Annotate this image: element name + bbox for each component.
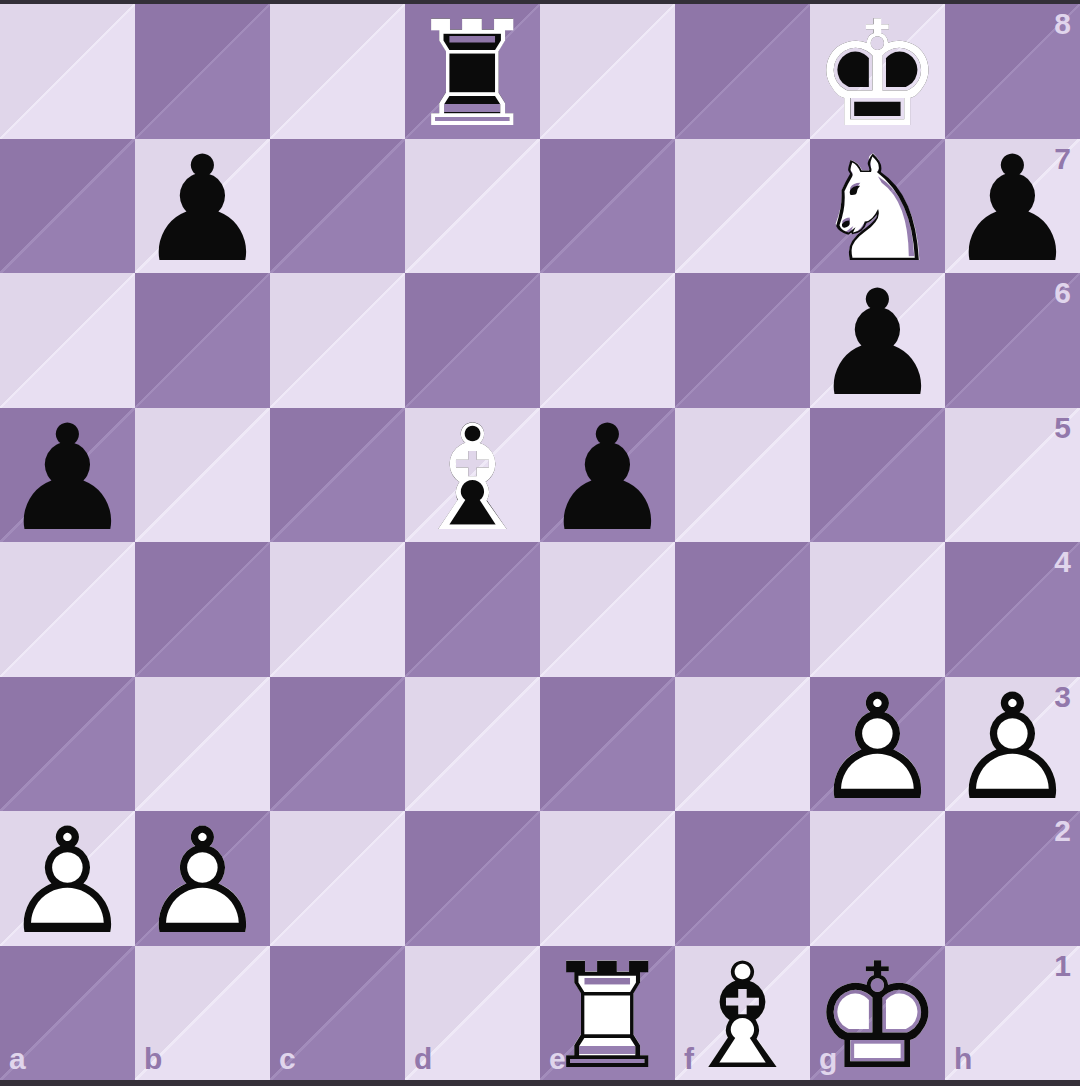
file-label-b: b	[144, 1044, 162, 1074]
black-pawn-glyph: ♟	[0, 411, 135, 546]
white-pawn[interactable]: ♟♙	[135, 811, 270, 946]
square-b2[interactable]: ♟♙	[135, 811, 270, 946]
square-f4[interactable]	[675, 542, 810, 677]
square-d3[interactable]	[405, 677, 540, 812]
square-b7[interactable]: ♟	[135, 139, 270, 274]
square-g2[interactable]	[810, 811, 945, 946]
square-f1[interactable]: f♝♗	[675, 946, 810, 1081]
white-pawn-glyph: ♟	[945, 680, 1080, 815]
square-e7[interactable]	[540, 139, 675, 274]
white-pawn[interactable]: ♟♙	[810, 677, 945, 812]
black-bishop-glyph: ♝	[405, 411, 540, 546]
square-h3[interactable]: 3♟♙	[945, 677, 1080, 812]
square-d7[interactable]	[405, 139, 540, 274]
white-king-detail-lines: ♔	[810, 949, 945, 1084]
black-pawn-glyph: ♟	[945, 142, 1080, 277]
square-b3[interactable]	[135, 677, 270, 812]
white-bishop-glyph: ♝	[675, 949, 810, 1084]
square-g8[interactable]: ♚♔	[810, 4, 945, 139]
square-g3[interactable]: ♟♙	[810, 677, 945, 812]
black-king-detail-lines: ♔	[810, 7, 945, 142]
white-pawn-glyph: ♟	[810, 680, 945, 815]
square-c4[interactable]	[270, 542, 405, 677]
square-e1[interactable]: e♜♖	[540, 946, 675, 1081]
black-pawn-glyph: ♟	[810, 276, 945, 411]
square-h4[interactable]: 4	[945, 542, 1080, 677]
square-f6[interactable]	[675, 273, 810, 408]
square-a7[interactable]	[0, 139, 135, 274]
white-king[interactable]: ♚♔	[810, 946, 945, 1081]
file-label-h: h	[954, 1044, 972, 1074]
square-c2[interactable]	[270, 811, 405, 946]
square-d4[interactable]	[405, 542, 540, 677]
black-pawn[interactable]: ♟	[540, 408, 675, 543]
rank-label-4: 4	[1054, 547, 1071, 577]
square-e3[interactable]	[540, 677, 675, 812]
square-b5[interactable]	[135, 408, 270, 543]
square-e2[interactable]	[540, 811, 675, 946]
square-d1[interactable]: d	[405, 946, 540, 1081]
square-a4[interactable]	[0, 542, 135, 677]
black-pawn-glyph: ♟	[540, 411, 675, 546]
square-f3[interactable]	[675, 677, 810, 812]
white-king-glyph: ♚	[810, 949, 945, 1084]
square-f8[interactable]	[675, 4, 810, 139]
square-d6[interactable]	[405, 273, 540, 408]
white-pawn-detail-lines: ♙	[810, 680, 945, 815]
rank-label-6: 6	[1054, 278, 1071, 308]
rank-label-2: 2	[1054, 816, 1071, 846]
square-g1[interactable]: g♚♔	[810, 946, 945, 1081]
square-b4[interactable]	[135, 542, 270, 677]
rank-label-1: 1	[1054, 951, 1071, 981]
square-f2[interactable]	[675, 811, 810, 946]
square-a3[interactable]	[0, 677, 135, 812]
white-pawn-detail-lines: ♙	[135, 814, 270, 949]
black-rook[interactable]: ♜♖	[405, 4, 540, 139]
white-pawn-detail-lines: ♙	[945, 680, 1080, 815]
rank-label-8: 8	[1054, 9, 1071, 39]
square-h1[interactable]: h1	[945, 946, 1080, 1081]
square-f5[interactable]	[675, 408, 810, 543]
square-c3[interactable]	[270, 677, 405, 812]
white-pawn-glyph: ♟	[135, 814, 270, 949]
square-e8[interactable]	[540, 4, 675, 139]
black-pawn[interactable]: ♟	[135, 139, 270, 274]
square-c1[interactable]: c	[270, 946, 405, 1081]
black-pawn[interactable]: ♟	[945, 139, 1080, 274]
file-label-a: a	[9, 1044, 26, 1074]
white-rook-glyph: ♜	[540, 949, 675, 1084]
bottom-frame-bar	[0, 1080, 1080, 1086]
white-pawn[interactable]: ♟♙	[945, 677, 1080, 812]
square-a2[interactable]: ♟♙	[0, 811, 135, 946]
square-h5[interactable]: 5	[945, 408, 1080, 543]
square-a5[interactable]: ♟	[0, 408, 135, 543]
black-king-glyph: ♚	[810, 7, 945, 142]
black-bishop-detail-lines: ♗	[405, 411, 540, 546]
square-d8[interactable]: ♜♖	[405, 4, 540, 139]
square-b6[interactable]	[135, 273, 270, 408]
black-pawn-glyph: ♟	[135, 142, 270, 277]
white-knight[interactable]: ♞♘	[810, 139, 945, 274]
square-c5[interactable]	[270, 408, 405, 543]
black-rook-detail-lines: ♖	[405, 7, 540, 142]
square-h2[interactable]: 2	[945, 811, 1080, 946]
square-c8[interactable]	[270, 4, 405, 139]
rank-label-5: 5	[1054, 413, 1071, 443]
square-g4[interactable]	[810, 542, 945, 677]
square-h7[interactable]: 7♟	[945, 139, 1080, 274]
file-label-c: c	[279, 1044, 296, 1074]
white-knight-glyph: ♞	[810, 142, 945, 277]
chess-app: ♜♖♚♔8♟♞♘7♟♟6♟♝♗♟54♟♙3♟♙♟♙♟♙2abcde♜♖f♝♗g♚…	[0, 0, 1080, 1086]
file-label-d: d	[414, 1044, 432, 1074]
square-d5[interactable]: ♝♗	[405, 408, 540, 543]
square-h6[interactable]: 6	[945, 273, 1080, 408]
square-d2[interactable]	[405, 811, 540, 946]
square-c7[interactable]	[270, 139, 405, 274]
white-bishop-detail-lines: ♗	[675, 949, 810, 1084]
square-g6[interactable]: ♟	[810, 273, 945, 408]
square-e6[interactable]	[540, 273, 675, 408]
square-b8[interactable]	[135, 4, 270, 139]
white-pawn-detail-lines: ♙	[0, 814, 135, 949]
square-a6[interactable]	[0, 273, 135, 408]
white-rook-detail-lines: ♖	[540, 949, 675, 1084]
black-rook-glyph: ♜	[405, 7, 540, 142]
white-knight-detail-lines: ♘	[810, 142, 945, 277]
square-g7[interactable]: ♞♘	[810, 139, 945, 274]
square-h8[interactable]: 8	[945, 4, 1080, 139]
black-pawn[interactable]: ♟	[810, 273, 945, 408]
square-g5[interactable]	[810, 408, 945, 543]
white-pawn[interactable]: ♟♙	[0, 811, 135, 946]
square-b1[interactable]: b	[135, 946, 270, 1081]
chess-board: ♜♖♚♔8♟♞♘7♟♟6♟♝♗♟54♟♙3♟♙♟♙♟♙2abcde♜♖f♝♗g♚…	[0, 4, 1080, 1080]
white-bishop[interactable]: ♝♗	[675, 946, 810, 1081]
white-pawn-glyph: ♟	[0, 814, 135, 949]
black-pawn[interactable]: ♟	[0, 408, 135, 543]
square-a8[interactable]	[0, 4, 135, 139]
square-e4[interactable]	[540, 542, 675, 677]
square-f7[interactable]	[675, 139, 810, 274]
white-rook[interactable]: ♜♖	[540, 946, 675, 1081]
black-bishop[interactable]: ♝♗	[405, 408, 540, 543]
square-e5[interactable]: ♟	[540, 408, 675, 543]
square-c6[interactable]	[270, 273, 405, 408]
black-king[interactable]: ♚♔	[810, 4, 945, 139]
square-a1[interactable]: a	[0, 946, 135, 1081]
